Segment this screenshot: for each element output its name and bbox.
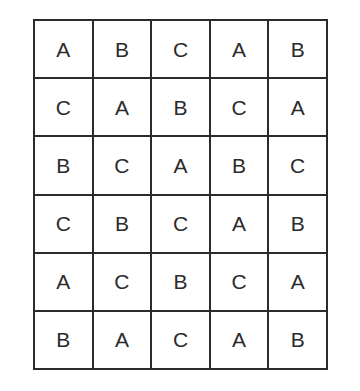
letter-grid-board: A B C A B C A B C A B C A B C C B C A B … bbox=[33, 19, 328, 370]
grid-cell-r3c2: C bbox=[94, 137, 151, 193]
grid-cell-r6c5: B bbox=[269, 312, 326, 368]
grid-cell-r2c5: A bbox=[269, 79, 326, 135]
grid-cell-r5c2: C bbox=[94, 254, 151, 310]
grid-cell-r2c1: C bbox=[35, 79, 92, 135]
grid-cell-r4c5: B bbox=[269, 196, 326, 252]
grid-cell-r5c1: A bbox=[35, 254, 92, 310]
grid-cell-r4c3: C bbox=[152, 196, 209, 252]
grid-cell-r5c4: C bbox=[211, 254, 268, 310]
grid-cell-r2c2: A bbox=[94, 79, 151, 135]
grid-cell-r4c4: A bbox=[211, 196, 268, 252]
grid-cell-r6c3: C bbox=[152, 312, 209, 368]
grid-cell-r2c3: B bbox=[152, 79, 209, 135]
grid-cell-r3c1: B bbox=[35, 137, 92, 193]
grid-cell-r3c4: B bbox=[211, 137, 268, 193]
grid-cell-r1c1: A bbox=[35, 21, 92, 77]
grid-cell-r1c3: C bbox=[152, 21, 209, 77]
grid-cell-r6c4: A bbox=[211, 312, 268, 368]
grid-cell-r4c1: C bbox=[35, 196, 92, 252]
grid-cell-r1c4: A bbox=[211, 21, 268, 77]
grid-cell-r4c2: B bbox=[94, 196, 151, 252]
grid-cell-r5c5: A bbox=[269, 254, 326, 310]
grid-cell-r6c2: A bbox=[94, 312, 151, 368]
grid-cell-r3c5: C bbox=[269, 137, 326, 193]
grid-cell-r2c4: C bbox=[211, 79, 268, 135]
grid-cell-r1c2: B bbox=[94, 21, 151, 77]
grid-cell-r6c1: B bbox=[35, 312, 92, 368]
grid-cell-r1c5: B bbox=[269, 21, 326, 77]
grid-cell-r3c3: A bbox=[152, 137, 209, 193]
grid-cell-r5c3: B bbox=[152, 254, 209, 310]
